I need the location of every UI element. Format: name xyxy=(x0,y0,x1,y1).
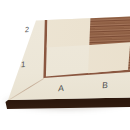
file-label-b: B xyxy=(101,81,107,89)
board-photo: 1 2 A B xyxy=(0,0,130,130)
file-label-a: A xyxy=(57,84,63,92)
rank-label-1: 1 xyxy=(20,60,25,68)
rank-label-2: 2 xyxy=(24,26,29,34)
